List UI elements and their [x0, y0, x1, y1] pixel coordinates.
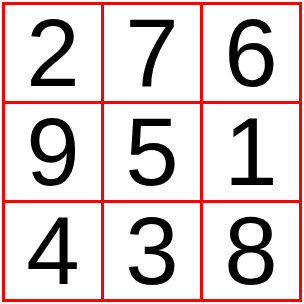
cell-digit: 2	[26, 5, 79, 101]
cell-r3c3[interactable]: 8	[203, 203, 299, 299]
cell-digit: 7	[125, 5, 178, 101]
cell-digit: 9	[26, 104, 79, 200]
cell-r3c1[interactable]: 4	[5, 203, 101, 299]
cell-r2c2[interactable]: 5	[104, 104, 200, 200]
cell-r1c3[interactable]: 6	[203, 5, 299, 101]
magic-square-diagram: 2 7 6 9 5 1 4 3 8	[0, 0, 304, 304]
cell-r2c1[interactable]: 9	[5, 104, 101, 200]
cell-digit: 3	[125, 203, 178, 299]
cell-r3c2[interactable]: 3	[104, 203, 200, 299]
cell-r2c3[interactable]: 1	[203, 104, 299, 200]
cell-digit: 6	[224, 5, 277, 101]
cell-digit: 8	[224, 203, 277, 299]
cell-digit: 5	[125, 104, 178, 200]
cell-digit: 1	[224, 104, 277, 200]
cell-r1c1[interactable]: 2	[5, 5, 101, 101]
magic-square-board: 2 7 6 9 5 1 4 3 8	[2, 2, 302, 302]
cell-r1c2[interactable]: 7	[104, 5, 200, 101]
cell-digit: 4	[26, 203, 79, 299]
